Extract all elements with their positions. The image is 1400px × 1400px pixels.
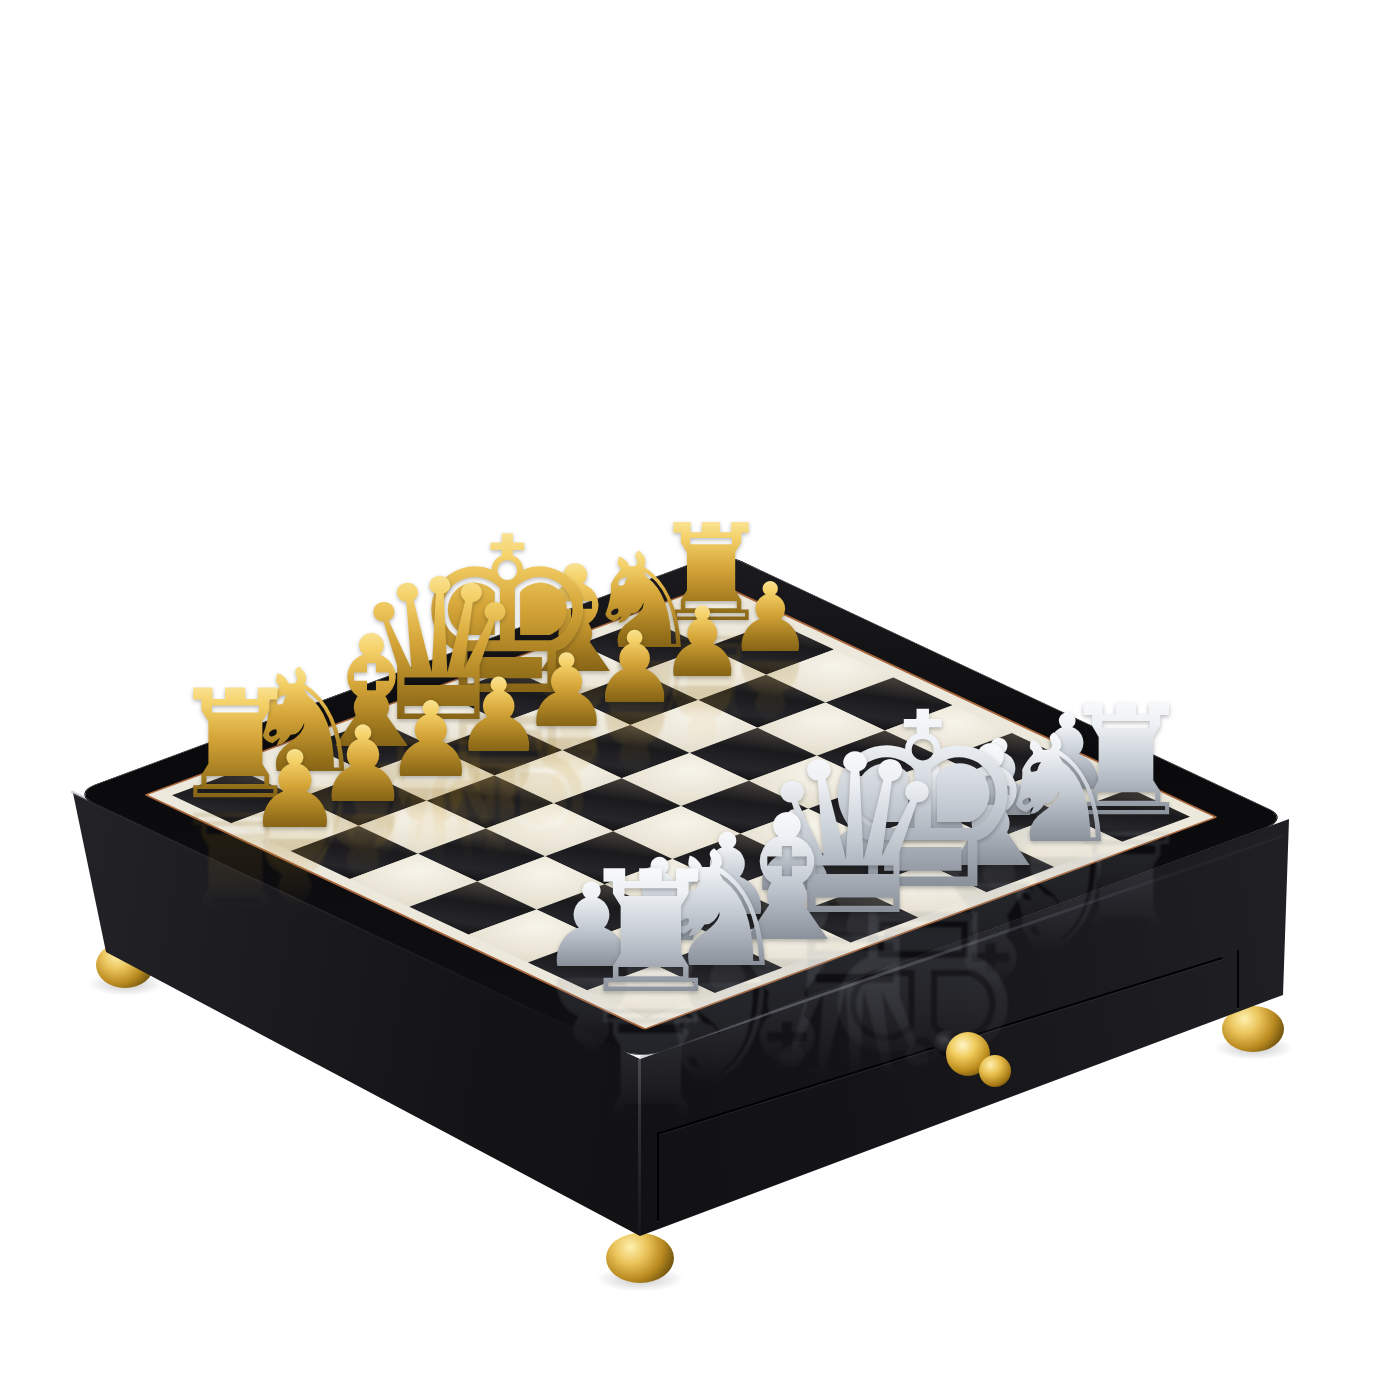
- gold-bun-foot: [606, 1233, 674, 1283]
- drawer-seam-right: [1237, 950, 1239, 1008]
- product-photo-scene: ♜♜♞♞♝♝♛♛♚♚♝♝♞♞♜♜♟♟♟♟♟♟♟♟♟♟♟♟♟♟♟♟♟♟♟♟♟♟♟♟…: [0, 0, 1400, 1400]
- box-corner-highlight: [638, 1059, 641, 1236]
- drawer-knob-tip: [979, 1055, 1011, 1087]
- drawer-seam-left: [657, 1133, 659, 1221]
